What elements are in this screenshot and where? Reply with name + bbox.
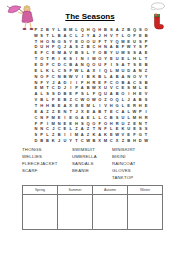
season-sort-table: SpringSummerAutumnWinter (22, 185, 163, 230)
season-column-header: Winter (128, 186, 163, 195)
word-column-2: SWIMSUITUMBRELLASANDALSBEANIE (72, 146, 112, 181)
season-answer-cell[interactable] (58, 195, 93, 230)
word-item: GLOVES (112, 167, 158, 174)
word-search-grid: PZBYLBMLQHQHBSAZBQSOWSTLBACLJYAJHVTLOFEB… (33, 27, 149, 144)
season-answer-cell[interactable] (93, 195, 128, 230)
season-answer-cell[interactable] (128, 195, 163, 230)
grid-cell: W (143, 138, 149, 144)
page-title: The Seasons (0, 12, 180, 21)
word-item: RAINCOAT (112, 160, 158, 167)
word-item: THONGS (22, 146, 72, 153)
season-column-header: Autumn (93, 186, 128, 195)
word-item: FLEECEJACKET (22, 160, 72, 167)
word-item: SWIMSUIT (72, 146, 112, 153)
season-table-body-row (23, 195, 163, 230)
word-item: WELLIES (22, 153, 72, 160)
word-list: THONGSWELLIESFLEECEJACKETSCARF SWIMSUITU… (22, 146, 162, 181)
season-column-header: Summer (58, 186, 93, 195)
word-item: SANDALS (72, 160, 112, 167)
word-column-1: THONGSWELLIESFLEECEJACKETSCARF (22, 146, 72, 181)
word-item: BIKINI (112, 153, 158, 160)
word-column-3: MINISKIRTBIKINIRAINCOATGLOVESTANKTOP (112, 146, 158, 181)
word-item: TANKTOP (112, 174, 158, 181)
word-item: BEANIE (72, 167, 112, 174)
word-item: UMBRELLA (72, 153, 112, 160)
season-column-header: Spring (23, 186, 58, 195)
season-table-header-row: SpringSummerAutumnWinter (23, 186, 163, 195)
season-answer-cell[interactable] (23, 195, 58, 230)
word-item: SCARF (22, 167, 72, 174)
word-item: MINISKIRT (112, 146, 158, 153)
